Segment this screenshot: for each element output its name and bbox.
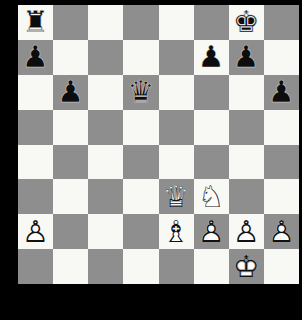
piece-outline-layer: ♙: [268, 217, 295, 247]
square-f4[interactable]: [194, 145, 229, 180]
square-d5[interactable]: [123, 110, 158, 145]
square-f5[interactable]: [194, 110, 229, 145]
square-b6[interactable]: ♟: [53, 75, 88, 110]
square-h1[interactable]: [264, 249, 299, 284]
square-e5[interactable]: [159, 110, 194, 145]
piece-white-pawn: ♟♙: [198, 217, 225, 247]
square-a6[interactable]: [18, 75, 53, 110]
square-h6[interactable]: ♟: [264, 75, 299, 110]
piece-outline-layer: ♙: [198, 217, 225, 247]
chessboard: ♜♚♟♟♟♟♛♟♛♕♞♘♟♙♝♗♟♙♟♙♟♙♚♔: [18, 5, 299, 284]
piece-white-pawn: ♟♙: [233, 217, 260, 247]
square-e1[interactable]: [159, 249, 194, 284]
piece-white-pawn: ♟♙: [268, 217, 295, 247]
square-h3[interactable]: [264, 179, 299, 214]
square-a2[interactable]: ♟♙: [18, 214, 53, 249]
piece-black-pawn: ♟: [268, 77, 295, 107]
square-c3[interactable]: [88, 179, 123, 214]
piece-black-pawn: ♟: [198, 42, 225, 72]
square-c1[interactable]: [88, 249, 123, 284]
piece-fill-layer: ♟: [233, 217, 260, 247]
square-b2[interactable]: [53, 214, 88, 249]
square-c2[interactable]: [88, 214, 123, 249]
piece-fill-layer: ♞: [198, 182, 225, 212]
square-g6[interactable]: [229, 75, 264, 110]
square-f3[interactable]: ♞♘: [194, 179, 229, 214]
square-d3[interactable]: [123, 179, 158, 214]
square-g2[interactable]: ♟♙: [229, 214, 264, 249]
square-e7[interactable]: [159, 40, 194, 75]
square-f1[interactable]: [194, 249, 229, 284]
piece-outline-layer: ♙: [22, 217, 49, 247]
square-g5[interactable]: [229, 110, 264, 145]
square-a3[interactable]: [18, 179, 53, 214]
piece-outline-layer: ♗: [163, 217, 190, 247]
piece-fill-layer: ♛: [163, 182, 190, 212]
piece-white-pawn: ♟♙: [22, 217, 49, 247]
square-c8[interactable]: [88, 5, 123, 40]
piece-black-rook: ♜: [22, 7, 49, 37]
square-g7[interactable]: ♟: [229, 40, 264, 75]
piece-outline-layer: ♙: [233, 217, 260, 247]
square-d2[interactable]: [123, 214, 158, 249]
piece-outline-layer: ♘: [198, 182, 225, 212]
piece-fill-layer: ♝: [163, 217, 190, 247]
square-a8[interactable]: ♜: [18, 5, 53, 40]
square-h7[interactable]: [264, 40, 299, 75]
square-b1[interactable]: [53, 249, 88, 284]
piece-black-pawn: ♟: [57, 77, 84, 107]
square-h5[interactable]: [264, 110, 299, 145]
square-a4[interactable]: [18, 145, 53, 180]
square-b4[interactable]: [53, 145, 88, 180]
square-a1[interactable]: [18, 249, 53, 284]
square-e8[interactable]: [159, 5, 194, 40]
square-e4[interactable]: [159, 145, 194, 180]
piece-fill-layer: ♟: [198, 217, 225, 247]
square-d7[interactable]: [123, 40, 158, 75]
square-b5[interactable]: [53, 110, 88, 145]
piece-outline-layer: ♕: [163, 182, 190, 212]
chess-diagram: ♜♚♟♟♟♟♛♟♛♕♞♘♟♙♝♗♟♙♟♙♟♙♚♔: [0, 0, 302, 320]
piece-black-queen: ♛: [127, 77, 154, 107]
piece-outline-layer: ♔: [233, 252, 260, 282]
square-e3[interactable]: ♛♕: [159, 179, 194, 214]
square-f6[interactable]: [194, 75, 229, 110]
square-g1[interactable]: ♚♔: [229, 249, 264, 284]
square-d8[interactable]: [123, 5, 158, 40]
piece-white-king: ♚♔: [233, 252, 260, 282]
square-c6[interactable]: [88, 75, 123, 110]
square-h8[interactable]: [264, 5, 299, 40]
square-f2[interactable]: ♟♙: [194, 214, 229, 249]
square-b3[interactable]: [53, 179, 88, 214]
square-a7[interactable]: ♟: [18, 40, 53, 75]
square-b7[interactable]: [53, 40, 88, 75]
square-g3[interactable]: [229, 179, 264, 214]
piece-fill-layer: ♟: [22, 217, 49, 247]
square-g8[interactable]: ♚: [229, 5, 264, 40]
square-e6[interactable]: [159, 75, 194, 110]
piece-fill-layer: ♟: [268, 217, 295, 247]
piece-white-bishop: ♝♗: [163, 217, 190, 247]
piece-fill-layer: ♚: [233, 252, 260, 282]
piece-black-king: ♚: [233, 7, 260, 37]
square-c5[interactable]: [88, 110, 123, 145]
square-d4[interactable]: [123, 145, 158, 180]
square-c4[interactable]: [88, 145, 123, 180]
square-d1[interactable]: [123, 249, 158, 284]
square-b8[interactable]: [53, 5, 88, 40]
square-h4[interactable]: [264, 145, 299, 180]
piece-white-queen: ♛♕: [163, 182, 190, 212]
square-h2[interactable]: ♟♙: [264, 214, 299, 249]
square-e2[interactable]: ♝♗: [159, 214, 194, 249]
square-g4[interactable]: [229, 145, 264, 180]
piece-black-pawn: ♟: [22, 42, 49, 72]
square-c7[interactable]: [88, 40, 123, 75]
square-f7[interactable]: ♟: [194, 40, 229, 75]
piece-black-pawn: ♟: [233, 42, 260, 72]
piece-white-knight: ♞♘: [198, 182, 225, 212]
square-f8[interactable]: [194, 5, 229, 40]
square-a5[interactable]: [18, 110, 53, 145]
square-d6[interactable]: ♛: [123, 75, 158, 110]
